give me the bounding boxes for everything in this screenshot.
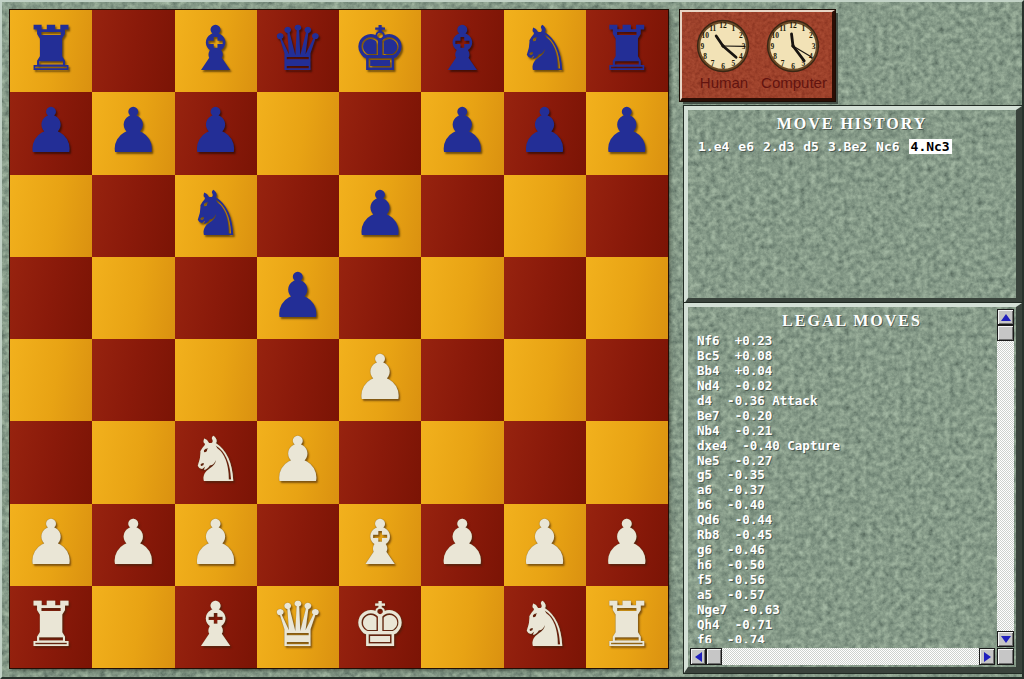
square-d8[interactable]: ♛ bbox=[257, 10, 339, 92]
legal-move-item[interactable]: Bb4 +0.04 bbox=[697, 364, 990, 379]
square-c7[interactable]: ♟ bbox=[175, 92, 257, 174]
piece-black-pawn[interactable]: ♟ bbox=[352, 183, 408, 245]
computer-clock-label: Computer bbox=[758, 74, 830, 91]
legal-move-item[interactable]: Nb4 -0.21 bbox=[697, 424, 990, 439]
clock-numeral: 12 bbox=[789, 21, 797, 30]
piece-white-queen[interactable]: ♛ bbox=[270, 594, 326, 656]
square-c1[interactable]: ♝ bbox=[175, 586, 257, 668]
square-b4[interactable] bbox=[92, 339, 174, 421]
move-history-panel: MOVE HISTORY 1.e4e62.d3d53.Be2Nc64.Nc3 bbox=[684, 106, 1022, 304]
square-a1[interactable]: ♜ bbox=[10, 586, 92, 668]
square-g3[interactable] bbox=[504, 421, 586, 503]
piece-black-pawn[interactable]: ♟ bbox=[435, 100, 491, 162]
square-d6[interactable] bbox=[257, 175, 339, 257]
square-g1[interactable]: ♞ bbox=[504, 586, 586, 668]
clock-numeral: 10 bbox=[701, 31, 709, 40]
piece-black-bishop[interactable]: ♝ bbox=[435, 18, 491, 80]
legal-move-item[interactable]: Nge7 -0.63 bbox=[697, 603, 990, 618]
clock-numeral: 2 bbox=[809, 31, 813, 40]
legal-move-item[interactable]: Be7 -0.20 bbox=[697, 409, 990, 424]
legal-move-item[interactable]: g5 -0.35 bbox=[697, 468, 990, 483]
square-e5[interactable] bbox=[339, 257, 421, 339]
square-e8[interactable]: ♚ bbox=[339, 10, 421, 92]
square-b2[interactable]: ♟ bbox=[92, 504, 174, 586]
square-h2[interactable]: ♟ bbox=[586, 504, 668, 586]
square-f2[interactable]: ♟ bbox=[421, 504, 503, 586]
chess-board[interactable]: ♜♝♛♚♝♞♜♟♟♟♟♟♟♞♟♟♟♞♟♟♟♟♝♟♟♟♜♝♛♚♞♜ bbox=[10, 10, 668, 668]
square-a7[interactable]: ♟ bbox=[10, 92, 92, 174]
square-f6[interactable] bbox=[421, 175, 503, 257]
human-clock: 121234567891011 bbox=[695, 18, 751, 78]
history-move[interactable]: 2.d3 bbox=[763, 139, 794, 154]
square-b1[interactable] bbox=[92, 586, 174, 668]
square-g7[interactable]: ♟ bbox=[504, 92, 586, 174]
scroll-up-button[interactable] bbox=[997, 309, 1014, 325]
clock-face: 121234567891011 bbox=[765, 18, 821, 74]
legal-move-item[interactable]: d4 -0.36 Attack bbox=[697, 394, 990, 409]
clock-numeral: 8 bbox=[773, 52, 777, 61]
piece-white-pawn[interactable]: ♟ bbox=[106, 512, 162, 574]
down-arrow-icon bbox=[1001, 636, 1011, 643]
legal-moves-list[interactable]: Nf6 +0.23Bc5 +0.08Bb4 +0.04Nd4 -0.02d4 -… bbox=[697, 334, 990, 643]
vertical-scroll-thumb[interactable] bbox=[997, 325, 1014, 341]
history-move[interactable]: 3.Be2 bbox=[828, 139, 867, 154]
scroll-right-button[interactable] bbox=[979, 648, 995, 665]
move-history-title: MOVE HISTORY bbox=[688, 115, 1016, 133]
square-e2[interactable]: ♝ bbox=[339, 504, 421, 586]
square-h4[interactable] bbox=[586, 339, 668, 421]
square-h6[interactable] bbox=[586, 175, 668, 257]
square-a8[interactable]: ♜ bbox=[10, 10, 92, 92]
square-c8[interactable]: ♝ bbox=[175, 10, 257, 92]
square-f8[interactable]: ♝ bbox=[421, 10, 503, 92]
clock-numeral: 2 bbox=[739, 31, 743, 40]
clock-hand bbox=[792, 34, 793, 46]
clock-numeral: 3 bbox=[812, 42, 816, 51]
square-b8[interactable] bbox=[92, 10, 174, 92]
clock-numeral: 4 bbox=[739, 52, 743, 61]
piece-black-pawn[interactable]: ♟ bbox=[23, 100, 79, 162]
clock-numeral: 1 bbox=[731, 24, 735, 33]
square-d7[interactable] bbox=[257, 92, 339, 174]
history-move[interactable]: Nc6 bbox=[876, 139, 899, 154]
piece-black-pawn[interactable]: ♟ bbox=[270, 265, 326, 327]
piece-black-queen[interactable]: ♛ bbox=[270, 18, 326, 80]
square-e4[interactable]: ♟ bbox=[339, 339, 421, 421]
square-c3[interactable]: ♞ bbox=[175, 421, 257, 503]
history-move[interactable]: 1.e4 bbox=[698, 139, 729, 154]
piece-white-knight[interactable]: ♞ bbox=[188, 429, 244, 491]
legal-move-item[interactable]: a6 -0.37 bbox=[697, 483, 990, 498]
piece-black-rook[interactable]: ♜ bbox=[599, 18, 655, 80]
square-d3[interactable]: ♟ bbox=[257, 421, 339, 503]
piece-white-pawn[interactable]: ♟ bbox=[270, 429, 326, 491]
square-h5[interactable] bbox=[586, 257, 668, 339]
scroll-left-button[interactable] bbox=[690, 648, 706, 665]
piece-black-pawn[interactable]: ♟ bbox=[188, 100, 244, 162]
clock-numeral: 6 bbox=[791, 62, 795, 71]
square-d2[interactable] bbox=[257, 504, 339, 586]
piece-white-pawn[interactable]: ♟ bbox=[517, 512, 573, 574]
clock-numeral: 9 bbox=[701, 42, 705, 51]
horizontal-scrollbar[interactable] bbox=[690, 648, 995, 665]
clock-face: 121234567891011 bbox=[695, 18, 751, 74]
legal-move-item[interactable]: Nf6 +0.23 bbox=[697, 334, 990, 349]
square-d5[interactable]: ♟ bbox=[257, 257, 339, 339]
piece-black-pawn[interactable]: ♟ bbox=[106, 100, 162, 162]
piece-white-rook[interactable]: ♜ bbox=[599, 594, 655, 656]
square-g4[interactable] bbox=[504, 339, 586, 421]
legal-move-item[interactable]: Qh4 -0.71 bbox=[697, 618, 990, 633]
square-e6[interactable]: ♟ bbox=[339, 175, 421, 257]
square-e7[interactable] bbox=[339, 92, 421, 174]
legal-move-item[interactable]: g6 -0.46 bbox=[697, 543, 990, 558]
piece-black-pawn[interactable]: ♟ bbox=[599, 100, 655, 162]
square-f3[interactable] bbox=[421, 421, 503, 503]
legal-move-item[interactable]: Ne5 -0.27 bbox=[697, 454, 990, 469]
horizontal-scroll-thumb[interactable] bbox=[706, 648, 722, 665]
piece-white-king[interactable]: ♚ bbox=[352, 594, 408, 656]
legal-move-item[interactable]: h6 -0.50 bbox=[697, 558, 990, 573]
vertical-scroll-track[interactable] bbox=[997, 341, 1014, 631]
piece-black-knight[interactable]: ♞ bbox=[188, 183, 244, 245]
legal-move-item[interactable]: Qd6 -0.44 bbox=[697, 513, 990, 528]
history-current-move[interactable]: 4.Nc3 bbox=[909, 139, 952, 154]
square-f5[interactable] bbox=[421, 257, 503, 339]
horizontal-scroll-track[interactable] bbox=[722, 648, 979, 665]
square-h7[interactable]: ♟ bbox=[586, 92, 668, 174]
piece-white-pawn[interactable]: ♟ bbox=[352, 347, 408, 409]
legal-move-item[interactable]: f5 -0.56 bbox=[697, 573, 990, 588]
square-e3[interactable] bbox=[339, 421, 421, 503]
square-a6[interactable] bbox=[10, 175, 92, 257]
square-a5[interactable] bbox=[10, 257, 92, 339]
square-h1[interactable]: ♜ bbox=[586, 586, 668, 668]
move-history-list: 1.e4e62.d3d53.Be2Nc64.Nc3 bbox=[698, 139, 1010, 154]
square-b3[interactable] bbox=[92, 421, 174, 503]
clock-numeral: 12 bbox=[719, 21, 727, 30]
clock-numeral: 5 bbox=[731, 59, 735, 68]
square-b7[interactable]: ♟ bbox=[92, 92, 174, 174]
clock-numeral: 11 bbox=[709, 24, 716, 33]
piece-black-knight[interactable]: ♞ bbox=[517, 18, 573, 80]
chess-app-window: ♜♝♛♚♝♞♜♟♟♟♟♟♟♞♟♟♟♞♟♟♟♟♝♟♟♟♜♝♛♚♞♜ 1212345… bbox=[0, 0, 1024, 679]
legal-moves-panel: LEGAL MOVES Nf6 +0.23Bc5 +0.08Bb4 +0.04N… bbox=[684, 303, 1022, 673]
square-h8[interactable]: ♜ bbox=[586, 10, 668, 92]
piece-black-pawn[interactable]: ♟ bbox=[517, 100, 573, 162]
piece-white-rook[interactable]: ♜ bbox=[23, 594, 79, 656]
piece-white-pawn[interactable]: ♟ bbox=[188, 512, 244, 574]
square-d1[interactable]: ♛ bbox=[257, 586, 339, 668]
left-arrow-icon bbox=[695, 652, 702, 662]
clock-numeral: 8 bbox=[703, 52, 707, 61]
legal-moves-title: LEGAL MOVES bbox=[688, 312, 1016, 330]
square-e1[interactable]: ♚ bbox=[339, 586, 421, 668]
piece-white-knight[interactable]: ♞ bbox=[517, 594, 573, 656]
piece-black-king[interactable]: ♚ bbox=[352, 18, 408, 80]
clock-numeral: 11 bbox=[779, 24, 786, 33]
piece-white-bishop[interactable]: ♝ bbox=[352, 512, 408, 574]
clock-numeral: 10 bbox=[771, 31, 779, 40]
piece-white-bishop[interactable]: ♝ bbox=[188, 594, 244, 656]
piece-black-rook[interactable]: ♜ bbox=[23, 18, 79, 80]
square-g5[interactable] bbox=[504, 257, 586, 339]
square-f4[interactable] bbox=[421, 339, 503, 421]
square-g8[interactable]: ♞ bbox=[504, 10, 586, 92]
human-clock-label: Human bbox=[688, 74, 760, 91]
square-h3[interactable] bbox=[586, 421, 668, 503]
legal-move-item[interactable]: Nd4 -0.02 bbox=[697, 379, 990, 394]
legal-move-item[interactable]: b6 -0.40 bbox=[697, 498, 990, 513]
clock-numeral: 6 bbox=[721, 62, 725, 71]
clock-numeral: 1 bbox=[801, 24, 805, 33]
piece-black-bishop[interactable]: ♝ bbox=[188, 18, 244, 80]
square-c5[interactable] bbox=[175, 257, 257, 339]
square-g6[interactable] bbox=[504, 175, 586, 257]
clock-numeral: 7 bbox=[711, 59, 715, 68]
history-move[interactable]: e6 bbox=[738, 139, 754, 154]
piece-white-pawn[interactable]: ♟ bbox=[435, 512, 491, 574]
legal-move-item[interactable]: Bc5 +0.08 bbox=[697, 349, 990, 364]
square-b6[interactable] bbox=[92, 175, 174, 257]
up-arrow-icon bbox=[1001, 314, 1011, 321]
square-a3[interactable] bbox=[10, 421, 92, 503]
right-arrow-icon bbox=[984, 652, 991, 662]
square-c2[interactable]: ♟ bbox=[175, 504, 257, 586]
legal-move-item[interactable]: f6 -0.74 bbox=[697, 633, 990, 643]
piece-white-pawn[interactable]: ♟ bbox=[599, 512, 655, 574]
square-c6[interactable]: ♞ bbox=[175, 175, 257, 257]
piece-white-pawn[interactable]: ♟ bbox=[23, 512, 79, 574]
history-move[interactable]: d5 bbox=[803, 139, 819, 154]
computer-clock: 121234567891011 bbox=[765, 18, 821, 78]
square-a4[interactable] bbox=[10, 339, 92, 421]
clock-numeral: 9 bbox=[771, 42, 775, 51]
square-a2[interactable]: ♟ bbox=[10, 504, 92, 586]
square-f7[interactable]: ♟ bbox=[421, 92, 503, 174]
legal-move-item[interactable]: Rb8 -0.45 bbox=[697, 528, 990, 543]
scroll-down-button[interactable] bbox=[997, 631, 1014, 647]
clock-numeral: 7 bbox=[781, 59, 785, 68]
square-f1[interactable] bbox=[421, 586, 503, 668]
scrollbar-corner bbox=[997, 648, 1014, 665]
legal-move-item[interactable]: dxe4 -0.40 Capture bbox=[697, 439, 990, 454]
legal-move-item[interactable]: a5 -0.57 bbox=[697, 588, 990, 603]
square-d4[interactable] bbox=[257, 339, 339, 421]
clock-panel: 121234567891011 121234567891011 Human Co… bbox=[680, 10, 835, 101]
square-c4[interactable] bbox=[175, 339, 257, 421]
square-b5[interactable] bbox=[92, 257, 174, 339]
square-g2[interactable]: ♟ bbox=[504, 504, 586, 586]
vertical-scrollbar[interactable] bbox=[997, 309, 1014, 647]
